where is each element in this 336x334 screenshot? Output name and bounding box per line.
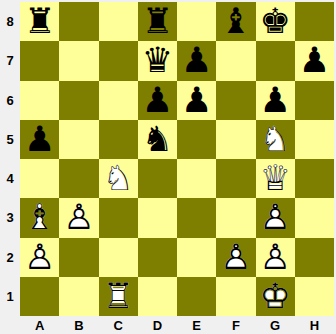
rank-label-3: 3 xyxy=(0,198,20,237)
file-label-d: D xyxy=(138,316,177,334)
square-b3[interactable]: ♟♙ xyxy=(59,198,98,237)
square-a6[interactable] xyxy=(20,81,59,120)
square-b2[interactable] xyxy=(59,238,98,277)
square-b7[interactable] xyxy=(59,41,98,80)
square-c7[interactable] xyxy=(99,41,138,80)
black-knight-piece: ♞ xyxy=(138,120,177,159)
square-g1[interactable]: ♚♔ xyxy=(256,277,295,316)
rank-label-1: 1 xyxy=(0,277,20,316)
square-e3[interactable] xyxy=(177,198,216,237)
square-d6[interactable]: ♟ xyxy=(138,81,177,120)
file-label-b: B xyxy=(59,316,98,334)
square-h4[interactable] xyxy=(295,159,334,198)
square-e8[interactable] xyxy=(177,2,216,41)
black-king-piece: ♚ xyxy=(256,2,295,41)
square-h3[interactable] xyxy=(295,198,334,237)
square-f6[interactable] xyxy=(216,81,255,120)
square-a7[interactable] xyxy=(20,41,59,80)
square-g5[interactable]: ♞♘ xyxy=(256,120,295,159)
square-e5[interactable] xyxy=(177,120,216,159)
square-e1[interactable] xyxy=(177,277,216,316)
white-knight-piece: ♞♘ xyxy=(99,159,138,198)
square-a4[interactable] xyxy=(20,159,59,198)
rank-label-2: 2 xyxy=(0,238,20,277)
black-rook-piece: ♜ xyxy=(20,2,59,41)
square-b5[interactable] xyxy=(59,120,98,159)
square-a2[interactable]: ♟♙ xyxy=(20,238,59,277)
square-c3[interactable] xyxy=(99,198,138,237)
square-h8[interactable] xyxy=(295,2,334,41)
file-label-h: H xyxy=(295,316,334,334)
square-f8[interactable]: ♝ xyxy=(216,2,255,41)
white-knight-piece: ♞♘ xyxy=(256,120,295,159)
file-label-g: G xyxy=(256,316,295,334)
square-c2[interactable] xyxy=(99,238,138,277)
white-pawn-piece: ♟♙ xyxy=(256,238,295,277)
black-pawn-piece: ♟ xyxy=(177,81,216,120)
file-label-c: C xyxy=(99,316,138,334)
black-pawn-piece: ♟ xyxy=(177,41,216,80)
square-f7[interactable] xyxy=(216,41,255,80)
black-rook-piece: ♜ xyxy=(138,2,177,41)
square-b6[interactable] xyxy=(59,81,98,120)
rank-label-7: 7 xyxy=(0,41,20,80)
chess-diagram: 87654321 ♜♜♝♚♛♟♟♟♟♟♟♞♞♘♞♘♛♕♝♗♟♙♟♙♟♙♟♙♟♙♜… xyxy=(0,0,336,334)
black-pawn-piece: ♟ xyxy=(138,81,177,120)
square-g3[interactable]: ♟♙ xyxy=(256,198,295,237)
square-h5[interactable] xyxy=(295,120,334,159)
square-b4[interactable] xyxy=(59,159,98,198)
square-h2[interactable] xyxy=(295,238,334,277)
square-b8[interactable] xyxy=(59,2,98,41)
square-f1[interactable] xyxy=(216,277,255,316)
square-g6[interactable]: ♟ xyxy=(256,81,295,120)
square-h6[interactable] xyxy=(295,81,334,120)
square-c4[interactable]: ♞♘ xyxy=(99,159,138,198)
white-rook-piece: ♜♖ xyxy=(99,277,138,316)
square-e2[interactable] xyxy=(177,238,216,277)
square-h1[interactable] xyxy=(295,277,334,316)
white-pawn-piece: ♟♙ xyxy=(20,238,59,277)
square-b1[interactable] xyxy=(59,277,98,316)
rank-label-4: 4 xyxy=(0,159,20,198)
square-a3[interactable]: ♝♗ xyxy=(20,198,59,237)
square-h7[interactable]: ♟ xyxy=(295,41,334,80)
square-d1[interactable] xyxy=(138,277,177,316)
white-bishop-piece: ♝♗ xyxy=(20,198,59,237)
square-c6[interactable] xyxy=(99,81,138,120)
square-c8[interactable] xyxy=(99,2,138,41)
white-pawn-piece: ♟♙ xyxy=(256,198,295,237)
file-label-e: E xyxy=(177,316,216,334)
white-pawn-piece: ♟♙ xyxy=(59,198,98,237)
rank-label-5: 5 xyxy=(0,120,20,159)
square-f2[interactable]: ♟♙ xyxy=(216,238,255,277)
square-d4[interactable] xyxy=(138,159,177,198)
square-f4[interactable] xyxy=(216,159,255,198)
chess-board: ♜♜♝♚♛♟♟♟♟♟♟♞♞♘♞♘♛♕♝♗♟♙♟♙♟♙♟♙♟♙♜♖♚♔ xyxy=(20,2,334,316)
square-d5[interactable]: ♞ xyxy=(138,120,177,159)
black-pawn-piece: ♟ xyxy=(295,41,334,80)
square-a5[interactable]: ♟ xyxy=(20,120,59,159)
white-queen-piece: ♛♕ xyxy=(256,159,295,198)
file-labels: ABCDEFGH xyxy=(20,316,334,334)
black-queen-piece: ♛ xyxy=(138,41,177,80)
rank-label-6: 6 xyxy=(0,81,20,120)
black-bishop-piece: ♝ xyxy=(216,2,255,41)
square-e4[interactable] xyxy=(177,159,216,198)
file-label-f: F xyxy=(216,316,255,334)
square-d8[interactable]: ♜ xyxy=(138,2,177,41)
file-label-a: A xyxy=(20,316,59,334)
square-c5[interactable] xyxy=(99,120,138,159)
square-e7[interactable]: ♟ xyxy=(177,41,216,80)
square-a1[interactable] xyxy=(20,277,59,316)
white-pawn-piece: ♟♙ xyxy=(216,238,255,277)
square-g7[interactable] xyxy=(256,41,295,80)
square-e6[interactable]: ♟ xyxy=(177,81,216,120)
square-a8[interactable]: ♜ xyxy=(20,2,59,41)
square-g4[interactable]: ♛♕ xyxy=(256,159,295,198)
square-c1[interactable]: ♜♖ xyxy=(99,277,138,316)
square-d7[interactable]: ♛ xyxy=(138,41,177,80)
square-d2[interactable] xyxy=(138,238,177,277)
square-g8[interactable]: ♚ xyxy=(256,2,295,41)
rank-labels: 87654321 xyxy=(0,2,20,316)
square-f5[interactable] xyxy=(216,120,255,159)
black-pawn-piece: ♟ xyxy=(20,120,59,159)
black-pawn-piece: ♟ xyxy=(256,81,295,120)
white-king-piece: ♚♔ xyxy=(256,277,295,316)
square-g2[interactable]: ♟♙ xyxy=(256,238,295,277)
rank-label-8: 8 xyxy=(0,2,20,41)
square-d3[interactable] xyxy=(138,198,177,237)
square-f3[interactable] xyxy=(216,198,255,237)
